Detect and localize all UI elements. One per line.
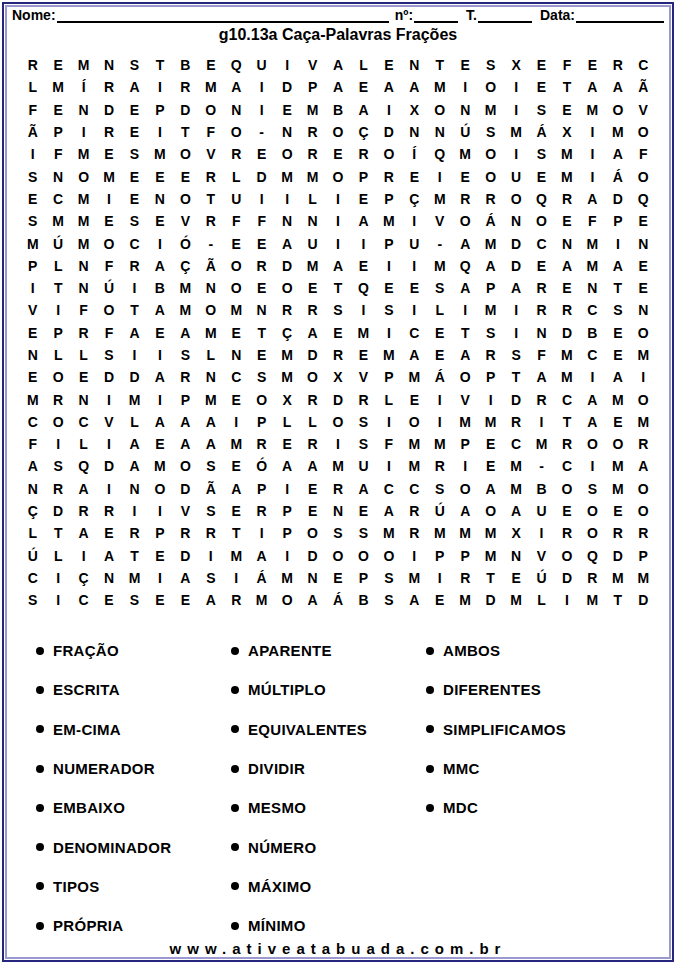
grid-cell[interactable]: A	[325, 255, 350, 277]
grid-cell[interactable]: V	[198, 143, 223, 165]
grid-cell[interactable]: N	[96, 54, 121, 76]
grid-cell[interactable]: N	[20, 478, 45, 500]
grid-cell[interactable]: I	[147, 121, 172, 143]
grid-cell[interactable]: A	[173, 433, 198, 455]
grid-cell[interactable]: D	[631, 589, 656, 611]
grid-cell[interactable]: A	[605, 76, 630, 98]
grid-cell[interactable]: S	[325, 522, 350, 544]
grid-cell[interactable]: O	[427, 99, 452, 121]
grid-cell[interactable]: V	[529, 545, 554, 567]
grid-cell[interactable]: R	[529, 388, 554, 410]
grid-cell[interactable]: O	[198, 299, 223, 321]
grid-cell[interactable]: T	[249, 322, 274, 344]
grid-cell[interactable]: S	[122, 54, 147, 76]
grid-cell[interactable]: P	[173, 388, 198, 410]
grid-cell[interactable]: R	[580, 567, 605, 589]
grid-cell[interactable]: I	[580, 366, 605, 388]
grid-cell[interactable]: R	[173, 366, 198, 388]
grid-cell[interactable]: E	[147, 545, 172, 567]
grid-cell[interactable]: S	[580, 478, 605, 500]
grid-cell[interactable]: M	[452, 589, 477, 611]
grid-cell[interactable]: I	[147, 500, 172, 522]
grid-cell[interactable]: I	[427, 411, 452, 433]
grid-cell[interactable]: N	[71, 277, 96, 299]
grid-cell[interactable]: O	[631, 322, 656, 344]
grid-cell[interactable]: M	[45, 76, 70, 98]
grid-cell[interactable]: R	[402, 500, 427, 522]
grid-cell[interactable]: C	[71, 589, 96, 611]
grid-cell[interactable]: A	[173, 411, 198, 433]
grid-cell[interactable]: I	[249, 522, 274, 544]
grid-cell[interactable]: A	[173, 567, 198, 589]
grid-cell[interactable]: S	[198, 500, 223, 522]
grid-cell[interactable]: N	[122, 478, 147, 500]
grid-cell[interactable]: F	[554, 54, 579, 76]
grid-cell[interactable]: Ú	[529, 567, 554, 589]
grid-cell[interactable]: I	[96, 433, 121, 455]
grid-cell[interactable]: R	[452, 188, 477, 210]
grid-cell[interactable]: E	[529, 76, 554, 98]
grid-cell[interactable]: E	[605, 411, 630, 433]
grid-cell[interactable]: D	[45, 500, 70, 522]
grid-cell[interactable]: I	[580, 121, 605, 143]
grid-cell[interactable]: I	[45, 299, 70, 321]
grid-cell[interactable]: E	[452, 54, 477, 76]
grid-cell[interactable]: A	[147, 299, 172, 321]
grid-cell[interactable]: M	[554, 165, 579, 187]
grid-cell[interactable]: I	[427, 165, 452, 187]
grid-cell[interactable]: N	[427, 121, 452, 143]
grid-cell[interactable]: C	[503, 433, 528, 455]
grid-cell[interactable]: A	[554, 255, 579, 277]
grid-cell[interactable]: R	[478, 344, 503, 366]
grid-cell[interactable]: E	[122, 165, 147, 187]
grid-cell[interactable]: F	[376, 433, 401, 455]
grid-cell[interactable]: O	[45, 411, 70, 433]
grid-cell[interactable]: A	[351, 99, 376, 121]
grid-cell[interactable]: Ó	[249, 455, 274, 477]
grid-cell[interactable]: M	[580, 255, 605, 277]
grid-cell[interactable]: M	[452, 522, 477, 544]
grid-cell[interactable]: P	[452, 433, 477, 455]
grid-cell[interactable]: P	[351, 567, 376, 589]
grid-cell[interactable]: M	[427, 433, 452, 455]
grid-cell[interactable]: E	[249, 232, 274, 254]
grid-cell[interactable]: F	[20, 99, 45, 121]
grid-cell[interactable]: A	[351, 210, 376, 232]
grid-cell[interactable]: S	[529, 99, 554, 121]
grid-cell[interactable]: M	[554, 366, 579, 388]
grid-cell[interactable]: I	[580, 143, 605, 165]
grid-cell[interactable]: V	[173, 210, 198, 232]
grid-cell[interactable]: I	[478, 388, 503, 410]
grid-cell[interactable]: Ã	[198, 255, 223, 277]
grid-cell[interactable]: R	[300, 433, 325, 455]
grid-cell[interactable]: I	[96, 478, 121, 500]
grid-cell[interactable]: D	[300, 545, 325, 567]
grid-cell[interactable]: L	[300, 188, 325, 210]
grid-cell[interactable]: E	[122, 121, 147, 143]
grid-cell[interactable]: O	[402, 411, 427, 433]
grid-cell[interactable]: M	[402, 433, 427, 455]
grid-cell[interactable]: U	[351, 455, 376, 477]
grid-cell[interactable]: I	[20, 277, 45, 299]
grid-cell[interactable]: I	[580, 455, 605, 477]
grid-cell[interactable]: Q	[224, 54, 249, 76]
grid-cell[interactable]: E	[224, 322, 249, 344]
grid-cell[interactable]: S	[122, 143, 147, 165]
grid-cell[interactable]: E	[198, 54, 223, 76]
grid-cell[interactable]: R	[96, 121, 121, 143]
grid-cell[interactable]: I	[427, 567, 452, 589]
grid-cell[interactable]: E	[478, 433, 503, 455]
grid-cell[interactable]: Ç	[71, 567, 96, 589]
grid-cell[interactable]: E	[122, 188, 147, 210]
grid-cell[interactable]: A	[122, 455, 147, 477]
grid-cell[interactable]: I	[503, 99, 528, 121]
grid-cell[interactable]: T	[503, 366, 528, 388]
grid-cell[interactable]: I	[351, 299, 376, 321]
grid-cell[interactable]: I	[452, 76, 477, 98]
grid-cell[interactable]: I	[96, 188, 121, 210]
grid-cell[interactable]: N	[45, 165, 70, 187]
grid-cell[interactable]: M	[402, 567, 427, 589]
grid-cell[interactable]: P	[376, 232, 401, 254]
grid-cell[interactable]: D	[173, 545, 198, 567]
grid-cell[interactable]: E	[376, 277, 401, 299]
grid-cell[interactable]: M	[478, 411, 503, 433]
grid-cell[interactable]: F	[529, 344, 554, 366]
grid-cell[interactable]: I	[503, 299, 528, 321]
grid-cell[interactable]: E	[402, 388, 427, 410]
grid-cell[interactable]: M	[147, 455, 172, 477]
grid-cell[interactable]: D	[478, 589, 503, 611]
grid-cell[interactable]: S	[20, 165, 45, 187]
grid-cell[interactable]: M	[300, 255, 325, 277]
grid-cell[interactable]: P	[376, 366, 401, 388]
grid-cell[interactable]: O	[554, 545, 579, 567]
grid-cell[interactable]: N	[402, 121, 427, 143]
grid-cell[interactable]: O	[605, 433, 630, 455]
grid-cell[interactable]: X	[554, 121, 579, 143]
grid-cell[interactable]: O	[376, 545, 401, 567]
grid-cell[interactable]: A	[274, 232, 299, 254]
grid-cell[interactable]: E	[96, 522, 121, 544]
grid-cell[interactable]: O	[478, 143, 503, 165]
grid-cell[interactable]: M	[274, 567, 299, 589]
grid-cell[interactable]: M	[351, 322, 376, 344]
grid-cell[interactable]: M	[147, 143, 172, 165]
grid-cell[interactable]: O	[631, 500, 656, 522]
grid-cell[interactable]: A	[580, 388, 605, 410]
grid-cell[interactable]: M	[325, 455, 350, 477]
grid-cell[interactable]: N	[224, 344, 249, 366]
grid-cell[interactable]: T	[198, 188, 223, 210]
grid-cell[interactable]: N	[300, 567, 325, 589]
grid-cell[interactable]: R	[300, 299, 325, 321]
grid-cell[interactable]: Ç	[20, 500, 45, 522]
grid-cell[interactable]: Q	[71, 455, 96, 477]
grid-cell[interactable]: S	[325, 299, 350, 321]
grid-cell[interactable]: O	[96, 299, 121, 321]
grid-cell[interactable]: N	[198, 366, 223, 388]
grid-cell[interactable]: D	[605, 545, 630, 567]
data-field-line[interactable]	[576, 6, 664, 23]
grid-cell[interactable]: R	[173, 76, 198, 98]
grid-cell[interactable]: Á	[529, 121, 554, 143]
grid-cell[interactable]: M	[503, 478, 528, 500]
grid-cell[interactable]: M	[554, 143, 579, 165]
grid-cell[interactable]: X	[325, 366, 350, 388]
grid-cell[interactable]: E	[402, 165, 427, 187]
grid-cell[interactable]: M	[173, 299, 198, 321]
grid-cell[interactable]: I	[122, 500, 147, 522]
grid-cell[interactable]: C	[20, 411, 45, 433]
grid-cell[interactable]: I	[402, 299, 427, 321]
grid-cell[interactable]: A	[300, 322, 325, 344]
grid-cell[interactable]: I	[249, 188, 274, 210]
grid-cell[interactable]: C	[71, 411, 96, 433]
grid-cell[interactable]: E	[351, 344, 376, 366]
grid-cell[interactable]: B	[580, 322, 605, 344]
grid-cell[interactable]: E	[554, 500, 579, 522]
grid-cell[interactable]: A	[20, 455, 45, 477]
grid-cell[interactable]: L	[300, 411, 325, 433]
grid-cell[interactable]: A	[580, 188, 605, 210]
grid-cell[interactable]: E	[631, 255, 656, 277]
grid-cell[interactable]: O	[452, 478, 477, 500]
grid-cell[interactable]: O	[478, 165, 503, 187]
grid-cell[interactable]: Á	[325, 589, 350, 611]
grid-cell[interactable]: O	[198, 99, 223, 121]
grid-cell[interactable]: D	[503, 255, 528, 277]
grid-cell[interactable]: E	[224, 388, 249, 410]
grid-cell[interactable]: M	[605, 567, 630, 589]
grid-cell[interactable]: M	[274, 366, 299, 388]
grid-cell[interactable]: E	[20, 188, 45, 210]
grid-cell[interactable]: R	[554, 299, 579, 321]
grid-cell[interactable]: R	[631, 433, 656, 455]
grid-cell[interactable]: T	[224, 522, 249, 544]
grid-cell[interactable]: M	[580, 232, 605, 254]
grid-cell[interactable]: S	[503, 344, 528, 366]
grid-cell[interactable]: R	[376, 165, 401, 187]
grid-cell[interactable]: I	[503, 143, 528, 165]
grid-cell[interactable]: I	[376, 99, 401, 121]
grid-cell[interactable]: I	[325, 433, 350, 455]
grid-cell[interactable]: D	[503, 388, 528, 410]
grid-cell[interactable]: M	[71, 143, 96, 165]
grid-cell[interactable]: M	[198, 76, 223, 98]
grid-cell[interactable]: O	[224, 255, 249, 277]
grid-cell[interactable]: Q	[631, 188, 656, 210]
grid-cell[interactable]: M	[224, 545, 249, 567]
grid-cell[interactable]: N	[452, 99, 477, 121]
grid-cell[interactable]: X	[503, 54, 528, 76]
grid-cell[interactable]: A	[402, 344, 427, 366]
grid-cell[interactable]: M	[274, 165, 299, 187]
grid-cell[interactable]: I	[402, 545, 427, 567]
grid-cell[interactable]: N	[249, 299, 274, 321]
grid-cell[interactable]: R	[71, 322, 96, 344]
grid-cell[interactable]: M	[427, 188, 452, 210]
grid-cell[interactable]: I	[376, 255, 401, 277]
grid-cell[interactable]: O	[580, 500, 605, 522]
grid-cell[interactable]: I	[402, 210, 427, 232]
grid-cell[interactable]: O	[300, 366, 325, 388]
grid-cell[interactable]: F	[96, 255, 121, 277]
grid-cell[interactable]: D	[503, 232, 528, 254]
grid-cell[interactable]: Q	[452, 255, 477, 277]
grid-cell[interactable]: M	[198, 388, 223, 410]
grid-cell[interactable]: R	[198, 210, 223, 232]
grid-cell[interactable]: U	[249, 54, 274, 76]
grid-cell[interactable]: I	[147, 232, 172, 254]
grid-cell[interactable]: B	[529, 478, 554, 500]
grid-cell[interactable]: O	[45, 366, 70, 388]
grid-cell[interactable]: L	[274, 411, 299, 433]
grid-cell[interactable]: M	[376, 522, 401, 544]
grid-cell[interactable]: A	[631, 455, 656, 477]
grid-cell[interactable]: R	[529, 299, 554, 321]
grid-cell[interactable]: E	[427, 589, 452, 611]
grid-cell[interactable]: A	[122, 433, 147, 455]
grid-cell[interactable]: N	[325, 500, 350, 522]
grid-cell[interactable]: A	[452, 277, 477, 299]
grid-cell[interactable]: L	[45, 545, 70, 567]
grid-cell[interactable]: L	[20, 76, 45, 98]
grid-cell[interactable]: M	[580, 589, 605, 611]
grid-cell[interactable]: I	[249, 76, 274, 98]
grid-cell[interactable]: M	[198, 322, 223, 344]
grid-cell[interactable]: O	[452, 210, 477, 232]
grid-cell[interactable]: E	[376, 54, 401, 76]
grid-cell[interactable]: M	[427, 522, 452, 544]
grid-cell[interactable]: O	[173, 455, 198, 477]
grid-cell[interactable]: L	[20, 522, 45, 544]
grid-cell[interactable]: L	[45, 255, 70, 277]
grid-cell[interactable]: V	[96, 411, 121, 433]
grid-cell[interactable]: Á	[605, 165, 630, 187]
grid-cell[interactable]: D	[173, 99, 198, 121]
grid-cell[interactable]: I	[274, 54, 299, 76]
grid-cell[interactable]: I	[45, 567, 70, 589]
grid-cell[interactable]: C	[402, 322, 427, 344]
grid-cell[interactable]: X	[503, 522, 528, 544]
grid-cell[interactable]: A	[300, 589, 325, 611]
grid-cell[interactable]: O	[300, 522, 325, 544]
grid-cell[interactable]: U	[503, 165, 528, 187]
grid-cell[interactable]: R	[427, 455, 452, 477]
grid-cell[interactable]: E	[452, 165, 477, 187]
grid-cell[interactable]: O	[325, 121, 350, 143]
grid-cell[interactable]: E	[45, 99, 70, 121]
grid-cell[interactable]: T	[554, 411, 579, 433]
grid-cell[interactable]: S	[198, 567, 223, 589]
grid-cell[interactable]: M	[71, 210, 96, 232]
grid-cell[interactable]: R	[45, 478, 70, 500]
grid-cell[interactable]: N	[503, 210, 528, 232]
grid-cell[interactable]: I	[452, 299, 477, 321]
grid-cell[interactable]: M	[503, 121, 528, 143]
grid-cell[interactable]: Ã	[198, 478, 223, 500]
grid-cell[interactable]: I	[529, 522, 554, 544]
grid-cell[interactable]: A	[300, 455, 325, 477]
grid-cell[interactable]: D	[249, 165, 274, 187]
grid-cell[interactable]: F	[249, 210, 274, 232]
grid-cell[interactable]: M	[173, 277, 198, 299]
grid-cell[interactable]: O	[325, 165, 350, 187]
grid-cell[interactable]: O	[580, 433, 605, 455]
grid-cell[interactable]: I	[376, 322, 401, 344]
grid-cell[interactable]: E	[71, 366, 96, 388]
grid-cell[interactable]: Ó	[173, 232, 198, 254]
grid-cell[interactable]: S	[173, 344, 198, 366]
grid-cell[interactable]: F	[71, 299, 96, 321]
grid-cell[interactable]: U	[300, 232, 325, 254]
grid-cell[interactable]: E	[351, 188, 376, 210]
grid-cell[interactable]: M	[249, 589, 274, 611]
grid-cell[interactable]: E	[554, 277, 579, 299]
grid-cell[interactable]: M	[631, 411, 656, 433]
grid-cell[interactable]: R	[325, 478, 350, 500]
grid-cell[interactable]: R	[249, 255, 274, 277]
grid-cell[interactable]: -	[249, 121, 274, 143]
grid-cell[interactable]: E	[427, 344, 452, 366]
grid-cell[interactable]: B	[351, 589, 376, 611]
grid-cell[interactable]: F	[45, 143, 70, 165]
grid-cell[interactable]: E	[173, 165, 198, 187]
grid-cell[interactable]: O	[173, 143, 198, 165]
grid-cell[interactable]: S	[122, 210, 147, 232]
grid-cell[interactable]: M	[478, 232, 503, 254]
grid-cell[interactable]: R	[300, 143, 325, 165]
grid-cell[interactable]: M	[122, 388, 147, 410]
grid-cell[interactable]: I	[427, 388, 452, 410]
grid-cell[interactable]: T	[122, 299, 147, 321]
grid-cell[interactable]: M	[478, 545, 503, 567]
grid-cell[interactable]: N	[20, 344, 45, 366]
grid-cell[interactable]: E	[45, 54, 70, 76]
grid-cell[interactable]: T	[605, 277, 630, 299]
grid-cell[interactable]: I	[147, 76, 172, 98]
grid-cell[interactable]: C	[45, 188, 70, 210]
grid-cell[interactable]: E	[147, 589, 172, 611]
grid-cell[interactable]: I	[96, 388, 121, 410]
grid-cell[interactable]: C	[529, 232, 554, 254]
grid-cell[interactable]: R	[402, 522, 427, 544]
grid-cell[interactable]: O	[325, 411, 350, 433]
grid-cell[interactable]: S	[351, 433, 376, 455]
grid-cell[interactable]: P	[147, 522, 172, 544]
grid-cell[interactable]: R	[529, 277, 554, 299]
grid-cell[interactable]: C	[122, 232, 147, 254]
grid-cell[interactable]: I	[376, 455, 401, 477]
grid-cell[interactable]: A	[325, 54, 350, 76]
grid-cell[interactable]: M	[478, 99, 503, 121]
grid-cell[interactable]: Ç	[351, 121, 376, 143]
grid-cell[interactable]: O	[605, 99, 630, 121]
grid-cell[interactable]: E	[427, 322, 452, 344]
grid-cell[interactable]: T	[45, 522, 70, 544]
grid-cell[interactable]: F	[20, 433, 45, 455]
grid-cell[interactable]: M	[554, 344, 579, 366]
grid-cell[interactable]: D	[300, 344, 325, 366]
grid-cell[interactable]: A	[351, 478, 376, 500]
grid-cell[interactable]: E	[325, 567, 350, 589]
grid-cell[interactable]: I	[351, 232, 376, 254]
turma-field-line[interactable]	[478, 6, 532, 23]
